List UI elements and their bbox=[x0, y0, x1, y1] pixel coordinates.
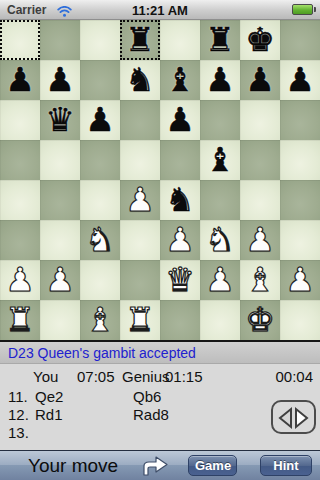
white-pawn: ♟ bbox=[40, 260, 80, 300]
game-button[interactable]: Game bbox=[188, 455, 237, 476]
square-g2[interactable]: ♝ bbox=[240, 260, 280, 300]
square-g6[interactable] bbox=[240, 100, 280, 140]
player-you-label: You bbox=[33, 368, 58, 385]
square-a4[interactable] bbox=[0, 180, 40, 220]
chess-board: ♜♜♚♟♟♞♝♟♟♟♛♟♟♝♟♞♞♟♞♟♟♟♛♟♝♟♜♝♜♚ bbox=[0, 20, 320, 340]
square-h5[interactable] bbox=[280, 140, 320, 180]
square-d5[interactable] bbox=[120, 140, 160, 180]
engine-clock: 01:15 bbox=[165, 368, 203, 385]
square-c6[interactable]: ♟ bbox=[80, 100, 120, 140]
square-a6[interactable] bbox=[0, 100, 40, 140]
square-c4[interactable] bbox=[80, 180, 120, 220]
current-move-timer: 00:04 bbox=[275, 368, 313, 385]
move-nav-button[interactable] bbox=[271, 400, 316, 434]
square-h2[interactable]: ♟ bbox=[280, 260, 320, 300]
square-b4[interactable] bbox=[40, 180, 80, 220]
game-info-panel: You 07:05 Genius 01:15 00:04 11.Qe2Qb612… bbox=[0, 365, 320, 450]
black-rook: ♜ bbox=[120, 20, 160, 60]
square-b5[interactable] bbox=[40, 140, 80, 180]
square-e8[interactable] bbox=[160, 20, 200, 60]
square-h8[interactable] bbox=[280, 20, 320, 60]
square-e2[interactable]: ♛ bbox=[160, 260, 200, 300]
opening-name-bar: D23 Queen's gambit accepted bbox=[0, 342, 320, 364]
black-king: ♚ bbox=[240, 20, 280, 60]
square-c8[interactable] bbox=[80, 20, 120, 60]
square-d8[interactable]: ♜ bbox=[120, 20, 160, 60]
black-knight: ♞ bbox=[160, 180, 200, 220]
square-a5[interactable] bbox=[0, 140, 40, 180]
move-row: 13. bbox=[0, 424, 260, 442]
square-h6[interactable] bbox=[280, 100, 320, 140]
square-h4[interactable] bbox=[280, 180, 320, 220]
move-number: 13. bbox=[8, 424, 29, 441]
white-pawn: ♟ bbox=[280, 260, 320, 300]
black-pawn: ♟ bbox=[160, 100, 200, 140]
square-a3[interactable] bbox=[0, 220, 40, 260]
square-e4[interactable]: ♞ bbox=[160, 180, 200, 220]
black-pawn: ♟ bbox=[200, 60, 240, 100]
square-h1[interactable] bbox=[280, 300, 320, 340]
square-d1[interactable]: ♜ bbox=[120, 300, 160, 340]
square-h7[interactable]: ♟ bbox=[280, 60, 320, 100]
status-bar: Carrier 11:21 AM bbox=[0, 0, 320, 20]
player-you-clock: 07:05 bbox=[77, 368, 115, 385]
white-pawn: ♟ bbox=[160, 220, 200, 260]
move-number: 11. bbox=[8, 388, 28, 405]
white-move: Rd1 bbox=[35, 406, 63, 423]
black-pawn: ♟ bbox=[280, 60, 320, 100]
white-move: Qe2 bbox=[35, 388, 63, 405]
square-e3[interactable]: ♟ bbox=[160, 220, 200, 260]
square-e7[interactable]: ♝ bbox=[160, 60, 200, 100]
square-f4[interactable] bbox=[200, 180, 240, 220]
square-f1[interactable] bbox=[200, 300, 240, 340]
chess-app-screen: Carrier 11:21 AM ♜♜♚♟♟♞♝♟♟♟♛♟♟♝♟♞♞♟♞♟♟♟♛… bbox=[0, 0, 320, 480]
black-pawn: ♟ bbox=[80, 100, 120, 140]
move-row: 12.Rd1Rad8 bbox=[0, 406, 260, 424]
white-king: ♚ bbox=[240, 300, 280, 340]
square-f7[interactable]: ♟ bbox=[200, 60, 240, 100]
black-bishop: ♝ bbox=[200, 140, 240, 180]
square-a2[interactable]: ♟ bbox=[0, 260, 40, 300]
move-row: 11.Qe2Qb6 bbox=[0, 388, 260, 406]
black-knight: ♞ bbox=[120, 60, 160, 100]
square-c1[interactable]: ♝ bbox=[80, 300, 120, 340]
square-c3[interactable]: ♞ bbox=[80, 220, 120, 260]
square-c7[interactable] bbox=[80, 60, 120, 100]
square-a1[interactable]: ♜ bbox=[0, 300, 40, 340]
white-rook: ♜ bbox=[0, 300, 40, 340]
black-pawn: ♟ bbox=[0, 60, 40, 100]
black-move: Qb6 bbox=[133, 388, 161, 405]
square-f6[interactable] bbox=[200, 100, 240, 140]
black-queen: ♛ bbox=[40, 100, 80, 140]
bottom-toolbar: Your move Game Hint bbox=[0, 450, 320, 480]
white-pawn: ♟ bbox=[200, 260, 240, 300]
square-c2[interactable] bbox=[80, 260, 120, 300]
square-b7[interactable]: ♟ bbox=[40, 60, 80, 100]
move-list: 11.Qe2Qb612.Rd1Rad813. bbox=[0, 388, 260, 442]
square-g1[interactable]: ♚ bbox=[240, 300, 280, 340]
white-knight: ♞ bbox=[80, 220, 120, 260]
white-bishop: ♝ bbox=[80, 300, 120, 340]
square-b6[interactable]: ♛ bbox=[40, 100, 80, 140]
white-pawn: ♟ bbox=[0, 260, 40, 300]
square-d7[interactable]: ♞ bbox=[120, 60, 160, 100]
white-rook: ♜ bbox=[120, 300, 160, 340]
square-a7[interactable]: ♟ bbox=[0, 60, 40, 100]
white-pawn: ♟ bbox=[240, 220, 280, 260]
square-a8[interactable] bbox=[0, 20, 40, 60]
square-c5[interactable] bbox=[80, 140, 120, 180]
square-g4[interactable] bbox=[240, 180, 280, 220]
battery-icon bbox=[292, 4, 313, 15]
square-b3[interactable] bbox=[40, 220, 80, 260]
square-e1[interactable] bbox=[160, 300, 200, 340]
black-move: Rad8 bbox=[133, 406, 169, 423]
square-d4[interactable]: ♟ bbox=[120, 180, 160, 220]
engine-name-label: Genius bbox=[122, 368, 170, 385]
square-f8[interactable]: ♜ bbox=[200, 20, 240, 60]
square-g3[interactable]: ♟ bbox=[240, 220, 280, 260]
move-number: 12. bbox=[8, 406, 29, 423]
square-e5[interactable] bbox=[160, 140, 200, 180]
square-h3[interactable] bbox=[280, 220, 320, 260]
black-pawn: ♟ bbox=[40, 60, 80, 100]
square-g7[interactable]: ♟ bbox=[240, 60, 280, 100]
black-pawn: ♟ bbox=[240, 60, 280, 100]
square-g8[interactable]: ♚ bbox=[240, 20, 280, 60]
white-bishop: ♝ bbox=[240, 260, 280, 300]
square-f3[interactable]: ♞ bbox=[200, 220, 240, 260]
square-b8[interactable] bbox=[40, 20, 80, 60]
black-rook: ♜ bbox=[200, 20, 240, 60]
square-f5[interactable]: ♝ bbox=[200, 140, 240, 180]
square-b1[interactable] bbox=[40, 300, 80, 340]
white-knight: ♞ bbox=[200, 220, 240, 260]
square-d3[interactable] bbox=[120, 220, 160, 260]
hint-button[interactable]: Hint bbox=[260, 455, 312, 476]
square-d6[interactable] bbox=[120, 100, 160, 140]
share-icon[interactable] bbox=[141, 455, 169, 477]
square-b2[interactable]: ♟ bbox=[40, 260, 80, 300]
clock-row: You 07:05 Genius 01:15 00:04 bbox=[0, 368, 320, 387]
square-e6[interactable]: ♟ bbox=[160, 100, 200, 140]
square-d2[interactable] bbox=[120, 260, 160, 300]
clock-time: 11:21 AM bbox=[0, 3, 320, 18]
white-pawn: ♟ bbox=[120, 180, 160, 220]
black-bishop: ♝ bbox=[160, 60, 200, 100]
turn-status-text: Your move bbox=[28, 455, 118, 477]
square-g5[interactable] bbox=[240, 140, 280, 180]
white-queen: ♛ bbox=[160, 260, 200, 300]
square-f2[interactable]: ♟ bbox=[200, 260, 240, 300]
